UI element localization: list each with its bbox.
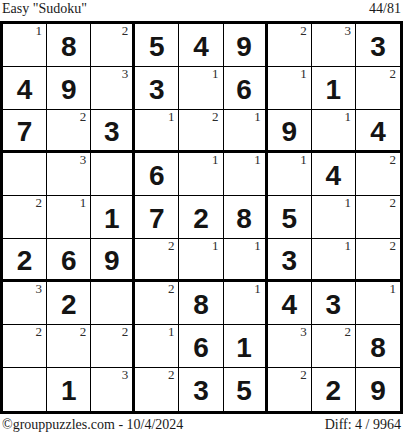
cell-value: 4 (17, 73, 33, 104)
pencil-mark: 1 (168, 325, 175, 340)
pencil-mark: 1 (344, 196, 351, 211)
cell-value: 6 (236, 73, 252, 104)
cell-r5c4[interactable]: 7 (135, 196, 179, 239)
cell-r3c9[interactable]: 4 (356, 110, 400, 153)
cell-r7c3[interactable] (91, 282, 135, 325)
cell-value: 9 (236, 30, 252, 61)
pencil-mark: 1 (254, 153, 261, 168)
cell-r4c3[interactable] (91, 153, 135, 196)
cell-value: 1 (236, 331, 252, 362)
cell-r7c7[interactable]: 4 (268, 282, 312, 325)
cell-value: 1 (326, 73, 342, 104)
cell-r7c1[interactable]: 3 (3, 282, 47, 325)
cell-value: 7 (149, 202, 165, 233)
cell-value: 9 (281, 115, 297, 146)
cell-r5c2[interactable]: 1 (47, 196, 91, 239)
cell-r3c4[interactable]: 1 (135, 110, 179, 153)
cell-r5c6[interactable]: 8 (224, 196, 268, 239)
pencil-mark: 3 (344, 24, 351, 39)
cell-r3c2[interactable]: 2 (47, 110, 91, 153)
cell-value: 8 (370, 331, 386, 362)
cell-r3c1[interactable]: 7 (3, 110, 47, 153)
pencil-mark: 2 (36, 325, 43, 340)
cell-r5c7[interactable]: 5 (268, 196, 312, 239)
pencil-mark: 2 (389, 67, 396, 82)
pencil-mark: 3 (300, 325, 307, 340)
cell-r6c9[interactable]: 2 (356, 239, 400, 282)
cell-r8c8[interactable]: 2 (312, 325, 356, 368)
cell-value: 8 (236, 202, 252, 233)
cell-value: 5 (281, 202, 297, 233)
pencil-mark: 2 (389, 196, 396, 211)
cell-value: 4 (281, 288, 297, 319)
cell-r9c5[interactable]: 3 (179, 368, 223, 411)
pencil-mark: 2 (122, 24, 129, 39)
cell-r7c4[interactable]: 2 (135, 282, 179, 325)
pencil-mark: 2 (80, 110, 87, 125)
cell-r9c4[interactable]: 2 (135, 368, 179, 411)
cell-r1c8[interactable]: 3 (312, 24, 356, 67)
cell-value: 3 (149, 73, 165, 104)
pencil-mark: 2 (168, 368, 175, 383)
cell-value: 6 (193, 331, 209, 362)
pencil-mark: 2 (344, 325, 351, 340)
cell-r8c2[interactable]: 2 (47, 325, 91, 368)
cell-r6c4[interactable]: 2 (135, 239, 179, 282)
pencil-mark: 2 (300, 24, 307, 39)
pencil-mark: 1 (344, 110, 351, 125)
cell-r7c2[interactable]: 2 (47, 282, 91, 325)
cell-r1c3[interactable]: 2 (91, 24, 135, 67)
cell-r6c3[interactable]: 9 (91, 239, 135, 282)
pencil-mark: 1 (389, 282, 396, 297)
pencil-mark: 1 (80, 196, 87, 211)
cell-r7c9[interactable]: 1 (356, 282, 400, 325)
cell-r4c1[interactable] (3, 153, 47, 196)
cell-r4c4[interactable]: 6 (135, 153, 179, 196)
pencil-mark: 2 (122, 325, 129, 340)
cell-r5c5[interactable]: 2 (179, 196, 223, 239)
cell-value: 3 (281, 244, 297, 275)
pencil-mark: 2 (212, 110, 219, 125)
cell-value: 3 (326, 288, 342, 319)
cell-r1c2[interactable]: 8 (47, 24, 91, 67)
cell-r2c4[interactable]: 3 (135, 67, 179, 110)
cell-value: 4 (370, 115, 386, 146)
pencil-mark: 1 (300, 153, 307, 168)
pencil-mark: 1 (212, 153, 219, 168)
cell-value: 2 (193, 202, 209, 233)
cell-r2c3[interactable]: 3 (91, 67, 135, 110)
cell-r4c7[interactable]: 1 (268, 153, 312, 196)
cell-r4c5[interactable]: 1 (179, 153, 223, 196)
cell-r5c8[interactable]: 1 (312, 196, 356, 239)
pencil-mark: 2 (389, 239, 396, 254)
pencil-mark: 1 (344, 239, 351, 254)
sheet-header: Easy "Sudoku" 44/81 (0, 0, 403, 21)
cell-r8c9[interactable]: 8 (356, 325, 400, 368)
cell-value: 9 (61, 73, 77, 104)
pencil-mark: 2 (80, 325, 87, 340)
cell-value: 1 (61, 374, 77, 405)
cell-value: 3 (193, 374, 209, 405)
cell-r5c3[interactable]: 1 (91, 196, 135, 239)
cell-r1c4[interactable]: 5 (135, 24, 179, 67)
cell-r8c6[interactable]: 1 (224, 325, 268, 368)
cell-r3c8[interactable]: 1 (312, 110, 356, 153)
cell-r8c3[interactable]: 2 (91, 325, 135, 368)
cell-value: 5 (149, 30, 165, 61)
pencil-mark: 2 (36, 196, 43, 211)
cell-r9c1[interactable] (3, 368, 47, 411)
cell-r7c5[interactable]: 8 (179, 282, 223, 325)
cell-r3c3[interactable]: 3 (91, 110, 135, 153)
cell-value: 7 (17, 115, 33, 146)
cell-r9c2[interactable]: 1 (47, 368, 91, 411)
cell-value: 2 (326, 374, 342, 405)
cell-value: 4 (326, 159, 342, 190)
cell-r2c7[interactable]: 1 (268, 67, 312, 110)
cell-r5c1[interactable]: 2 (3, 196, 47, 239)
puzzle-title: Easy "Sudoku" (2, 1, 87, 18)
cell-r2c8[interactable]: 1 (312, 67, 356, 110)
pencil-mark: 2 (168, 239, 175, 254)
cell-value: 3 (370, 30, 386, 61)
cell-r9c7[interactable]: 2 (268, 368, 312, 411)
cell-value: 9 (370, 374, 386, 405)
difficulty-label: Diff: 4 / 9964 (325, 417, 401, 434)
cell-value: 9 (104, 244, 120, 275)
pencil-mark: 2 (300, 368, 307, 383)
cell-value: 4 (193, 30, 209, 61)
cell-r6c8[interactable]: 1 (312, 239, 356, 282)
cell-value: 5 (236, 374, 252, 405)
cell-r8c5[interactable]: 6 (179, 325, 223, 368)
cell-r3c5[interactable]: 2 (179, 110, 223, 153)
pencil-mark: 2 (168, 282, 175, 297)
cell-r7c6[interactable]: 1 (224, 282, 268, 325)
cell-r3c7[interactable]: 9 (268, 110, 312, 153)
cell-value: 6 (61, 244, 77, 275)
progress-counter: 44/81 (369, 1, 401, 18)
sudoku-board: 1825492334933161127231219143611142211728… (0, 21, 403, 414)
pencil-mark: 1 (254, 282, 261, 297)
cell-r8c7[interactable]: 3 (268, 325, 312, 368)
pencil-mark: 1 (36, 24, 43, 39)
pencil-mark: 2 (389, 153, 396, 168)
cell-value: 8 (193, 288, 209, 319)
cell-value: 8 (61, 30, 77, 61)
cell-r1c7[interactable]: 2 (268, 24, 312, 67)
cell-r2c2[interactable]: 9 (47, 67, 91, 110)
cell-r1c6[interactable]: 9 (224, 24, 268, 67)
cell-r5c9[interactable]: 2 (356, 196, 400, 239)
pencil-mark: 3 (122, 368, 129, 383)
cell-r9c3[interactable]: 3 (91, 368, 135, 411)
pencil-mark: 1 (254, 110, 261, 125)
cell-r4c9[interactable]: 2 (356, 153, 400, 196)
cell-r8c4[interactable]: 1 (135, 325, 179, 368)
cell-r1c9[interactable]: 3 (356, 24, 400, 67)
sheet-footer: ©grouppuzzles.com - 10/4/2024 Diff: 4 / … (0, 415, 403, 437)
cell-r6c2[interactable]: 6 (47, 239, 91, 282)
cell-r6c6[interactable]: 1 (224, 239, 268, 282)
cell-r4c6[interactable]: 1 (224, 153, 268, 196)
cell-value: 2 (17, 244, 33, 275)
pencil-mark: 1 (168, 110, 175, 125)
cell-value: 6 (149, 159, 165, 190)
pencil-mark: 3 (36, 282, 43, 297)
cell-r9c6[interactable]: 5 (224, 368, 268, 411)
cell-r7c8[interactable]: 3 (312, 282, 356, 325)
cell-r9c9[interactable]: 9 (356, 368, 400, 411)
cell-r9c8[interactable]: 2 (312, 368, 356, 411)
cell-r1c1[interactable]: 1 (3, 24, 47, 67)
cell-r1c5[interactable]: 4 (179, 24, 223, 67)
pencil-mark: 1 (212, 67, 219, 82)
pencil-mark: 3 (122, 67, 129, 82)
pencil-mark: 1 (300, 67, 307, 82)
pencil-mark: 1 (254, 239, 261, 254)
cell-r8c1[interactable]: 2 (3, 325, 47, 368)
cell-r6c1[interactable]: 2 (3, 239, 47, 282)
cell-r2c5[interactable]: 1 (179, 67, 223, 110)
pencil-mark: 1 (212, 239, 219, 254)
sudoku-sheet: Easy "Sudoku" 44/81 18254923349331611272… (0, 0, 403, 437)
cell-value: 3 (104, 115, 120, 146)
pencil-mark: 3 (80, 153, 87, 168)
cell-value: 1 (104, 202, 120, 233)
cell-r4c8[interactable]: 4 (312, 153, 356, 196)
cell-r2c1[interactable]: 4 (3, 67, 47, 110)
cell-r2c6[interactable]: 6 (224, 67, 268, 110)
cell-r4c2[interactable]: 3 (47, 153, 91, 196)
cell-r2c9[interactable]: 2 (356, 67, 400, 110)
cell-value: 2 (61, 288, 77, 319)
cell-r6c7[interactable]: 3 (268, 239, 312, 282)
copyright-date: ©grouppuzzles.com - 10/4/2024 (2, 417, 183, 434)
cell-r3c6[interactable]: 1 (224, 110, 268, 153)
cell-r6c5[interactable]: 1 (179, 239, 223, 282)
